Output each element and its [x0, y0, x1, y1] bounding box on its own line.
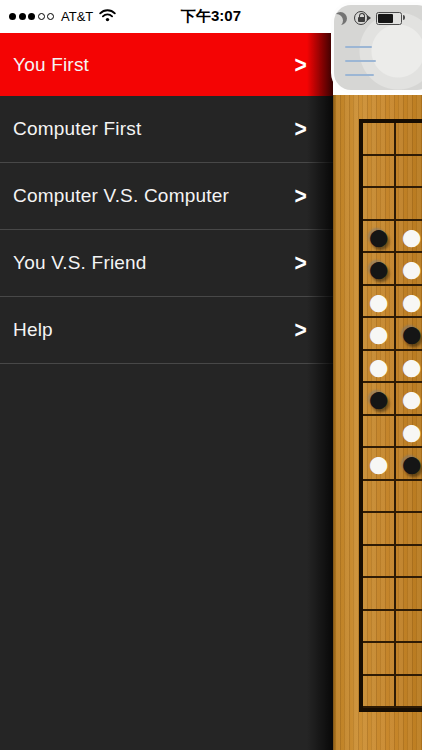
menu-item-help[interactable]: Help >: [0, 296, 333, 363]
chevron-right-icon: >: [295, 51, 307, 79]
menu-item-you-vs-friend[interactable]: You V.S. Friend >: [0, 229, 333, 296]
stone-white: ●: [366, 443, 390, 483]
orientation-lock-icon: [354, 11, 369, 26]
gomoku-board[interactable]: ●●●●●●●●●●●●●●●: [331, 95, 422, 750]
chevron-right-icon: >: [295, 182, 307, 210]
menu-item-label: You First: [13, 54, 89, 76]
signal-dot: [38, 13, 45, 20]
stone-black: ●: [366, 378, 390, 418]
board-cell[interactable]: [396, 611, 422, 644]
board-cell[interactable]: [363, 578, 396, 611]
board-cell[interactable]: [363, 546, 396, 579]
chevron-right-icon: >: [295, 115, 307, 143]
board-cell[interactable]: [396, 578, 422, 611]
board-cell[interactable]: [363, 676, 396, 709]
clock: 下午3:07: [181, 0, 241, 33]
menu-item-label: Computer First: [13, 118, 141, 140]
menu-divider: [0, 363, 333, 364]
board-grid[interactable]: ●●●●●●●●●●●●●●●: [359, 119, 422, 712]
menu-item-label: You V.S. Friend: [13, 252, 147, 274]
status-right-cluster: [334, 10, 402, 26]
board-cell[interactable]: [363, 481, 396, 514]
board-cell[interactable]: [363, 123, 396, 156]
board-cell[interactable]: [396, 123, 422, 156]
signal-strength-dots: [9, 13, 54, 20]
carrier-label: AT&T: [61, 9, 93, 24]
badge-text-line: [345, 74, 374, 76]
battery-icon: [376, 12, 402, 25]
board-cell[interactable]: [396, 481, 422, 514]
board-cell[interactable]: [396, 643, 422, 676]
board-cell[interactable]: [396, 676, 422, 709]
board-cell[interactable]: ●: [396, 448, 422, 481]
menu-item-label: Help: [13, 319, 53, 341]
badge-text-line: [345, 60, 376, 62]
board-cell[interactable]: ●: [363, 383, 396, 416]
signal-dot: [28, 13, 35, 20]
chevron-right-icon: >: [295, 249, 307, 277]
board-cell[interactable]: [396, 156, 422, 189]
wifi-icon: [99, 8, 116, 26]
board-cell[interactable]: [363, 643, 396, 676]
signal-dot: [19, 13, 26, 20]
menu-item-label: Computer V.S. Computer: [13, 185, 229, 207]
menu-item-computer-vs-computer[interactable]: Computer V.S. Computer >: [0, 162, 333, 229]
status-left-cluster: AT&T: [9, 0, 116, 33]
badge-text-line: [345, 46, 372, 48]
signal-dot: [9, 13, 16, 20]
chevron-right-icon: >: [295, 316, 307, 344]
menu-item-computer-first[interactable]: Computer First >: [0, 96, 333, 162]
board-cell[interactable]: [363, 156, 396, 189]
board-cell[interactable]: [396, 513, 422, 546]
app-screen: ●●●●●●●●●●●●●●● You First > Computer Fir…: [0, 0, 422, 750]
board-cell[interactable]: [363, 513, 396, 546]
game-mode-menu: You First > Computer First > Computer V.…: [0, 33, 333, 750]
do-not-disturb-moon-icon: [334, 12, 347, 25]
board-cell[interactable]: ●: [363, 448, 396, 481]
stone-black: ●: [399, 443, 422, 483]
board-cell[interactable]: [363, 611, 396, 644]
menu-item-you-first[interactable]: You First >: [0, 33, 333, 96]
signal-dot: [47, 13, 54, 20]
board-cell[interactable]: [396, 546, 422, 579]
